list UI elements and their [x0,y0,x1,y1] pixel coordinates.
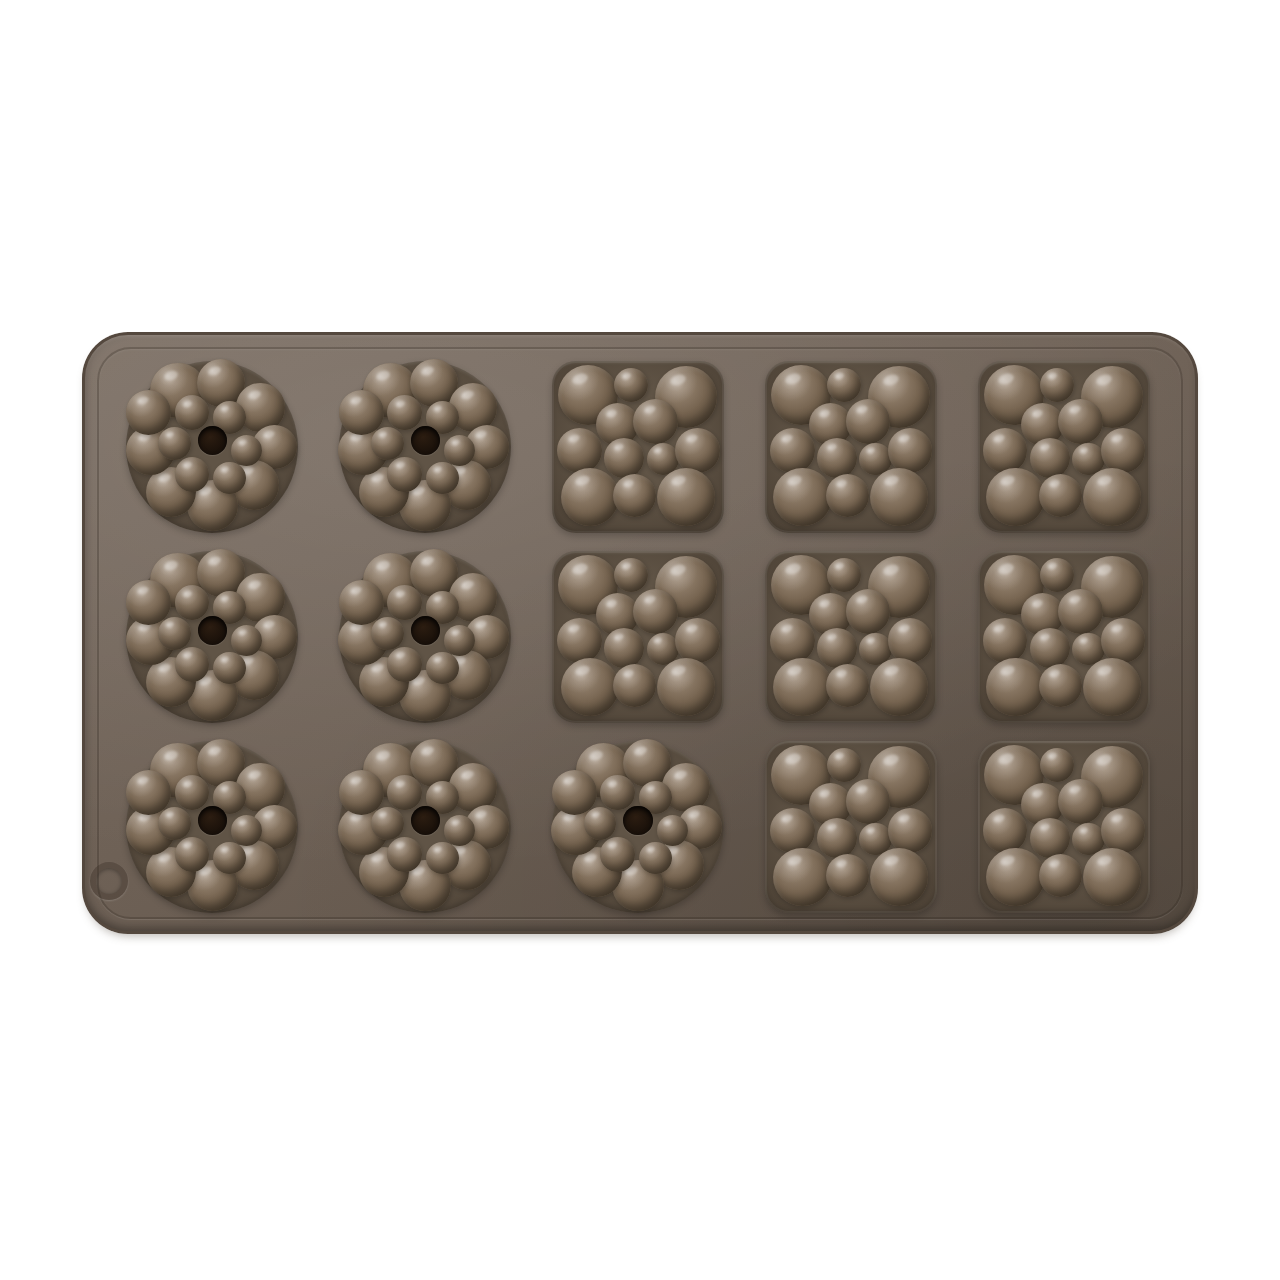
cavity-cell-r1c1 [106,352,319,542]
mold-bubble [175,647,209,681]
mold-bubble [773,848,831,906]
mold-bubble [675,428,720,473]
mold-bubble [1101,808,1146,853]
mold-bubble [983,618,1028,663]
cavity-grid [106,352,1170,922]
donut-hole [411,616,440,645]
mold-bubble [175,457,209,491]
mold-bubble [986,848,1044,906]
mold-bubble [1030,818,1070,858]
mold-bubble [826,664,869,707]
donut-hole [623,806,652,835]
cavity-donut [339,741,511,913]
mold-bubble [339,580,384,625]
cavity-cell-r2c2 [319,542,532,732]
mold-bubble [387,585,421,619]
donut-hole [411,806,440,835]
mold-bubble [158,807,191,840]
mold-bubble [387,647,421,681]
cavity-cell-r1c4 [744,352,957,542]
mold-bubble [1101,428,1146,473]
mold-bubble [387,457,421,491]
mold-bubble [557,428,602,473]
mold-bubble [387,775,421,809]
cavity-square [978,361,1150,533]
cavity-cell-r3c2 [319,732,532,922]
cavity-donut [339,551,511,723]
mold-bubble [1039,664,1082,707]
cavity-donut [339,361,511,533]
cavity-cell-r3c3 [532,732,745,922]
mold-bubble [371,617,404,650]
mold-bubble [444,815,475,846]
cavity-cell-r3c4 [744,732,957,922]
mold-bubble [870,848,928,906]
mold-bubble [175,837,209,871]
cavity-square [978,741,1150,913]
mold-bubble [827,558,861,592]
mold-bubble [770,808,815,853]
mold-bubble [126,390,171,435]
mold-bubble [817,628,857,668]
mold-bubble [657,658,715,716]
mold-bubble [126,580,171,625]
cavity-square [552,551,724,723]
mold-bubble [1030,628,1070,668]
mold-bubble [1040,368,1074,402]
mold-bubble [158,617,191,650]
mold-bubble [584,807,617,840]
cavity-square [552,361,724,533]
mold-bubble [175,585,209,619]
mold-bubble [231,435,262,466]
mold-bubble [561,468,619,526]
mold-bubble [846,779,891,824]
mold-bubble [1083,468,1141,526]
mold-bubble [983,428,1028,473]
mold-bubble [444,625,475,656]
mold-bubble [657,815,688,846]
mold-bubble [817,818,857,858]
cavity-square [765,741,937,913]
mold-bubble [231,815,262,846]
cavity-cell-r1c3 [532,352,745,542]
mold-bubble [983,808,1028,853]
mold-bubble [888,428,933,473]
mold-bubble [126,770,171,815]
cavity-square [765,551,937,723]
cavity-cell-r3c1 [106,732,319,922]
mold-bubble [1039,474,1082,517]
cavity-cell-r1c2 [319,352,532,542]
mold-bubble [613,474,656,517]
cavity-donut [126,361,298,533]
mold-bubble [600,837,634,871]
mold-bubble [426,652,459,685]
mold-bubble [986,468,1044,526]
mold-bubble [770,428,815,473]
mold-bubble [387,837,421,871]
cavity-donut [552,741,724,913]
donut-hole [198,426,227,455]
mold-bubble [213,842,246,875]
photo-stage [0,0,1280,1280]
mold-bubble [339,390,384,435]
cavity-cell-r3c5 [957,732,1170,922]
cavity-cell-r2c4 [744,542,957,732]
mold-bubble [773,658,831,716]
cavity-cell-r2c5 [957,542,1170,732]
mold-bubble [1040,748,1074,782]
mold-bubble [552,770,597,815]
mold-bubble [770,618,815,663]
mold-bubble [1039,854,1082,897]
mold-bubble [158,427,191,460]
mold-bubble [371,427,404,460]
mold-bubble [633,399,678,444]
cavity-cell-r2c1 [106,542,319,732]
mold-bubble [426,842,459,875]
mold-bubble [1030,438,1070,478]
mold-bubble [827,748,861,782]
mold-bubble [846,589,891,634]
mold-bubble [657,468,715,526]
mold-bubble [1058,779,1103,824]
mold-bubble [773,468,831,526]
mold-bubble [888,618,933,663]
mold-bubble [817,438,857,478]
mold-bubble [986,658,1044,716]
mold-bubble [633,589,678,634]
mold-bubble [826,474,869,517]
mold-bubble [639,842,672,875]
cavity-square [978,551,1150,723]
mold-bubble [614,558,648,592]
mold-bubble [339,770,384,815]
mold-bubble [675,618,720,663]
donut-hole [198,806,227,835]
mold-bubble [604,438,644,478]
mold-bubble [888,808,933,853]
mold-bubble [1040,558,1074,592]
mold-bubble [213,462,246,495]
mold-bubble [175,775,209,809]
mold-bubble [827,368,861,402]
mold-bubble [387,395,421,429]
mold-bubble [175,395,209,429]
mold-bubble [826,854,869,897]
mold-bubble [846,399,891,444]
cavity-donut [126,741,298,913]
chocolate-mold-tray [82,332,1198,934]
mold-bubble [557,618,602,663]
cavity-cell-r2c3 [532,542,745,732]
mold-bubble [600,775,634,809]
mold-bubble [1101,618,1146,663]
cavity-square [765,361,937,533]
mold-bubble [1083,848,1141,906]
cavity-cell-r1c5 [957,352,1170,542]
mold-bubble [613,664,656,707]
mold-bubble [371,807,404,840]
mold-bubble [444,435,475,466]
donut-hole [198,616,227,645]
cavity-donut [126,551,298,723]
mold-bubble [614,368,648,402]
mold-bubble [213,652,246,685]
donut-hole [411,426,440,455]
mold-bubble [561,658,619,716]
mold-bubble [870,468,928,526]
mold-bubble [870,658,928,716]
mold-bubble [1083,658,1141,716]
mold-bubble [1058,399,1103,444]
mold-bubble [1058,589,1103,634]
mold-bubble [426,462,459,495]
mold-bubble [231,625,262,656]
mold-bubble [604,628,644,668]
